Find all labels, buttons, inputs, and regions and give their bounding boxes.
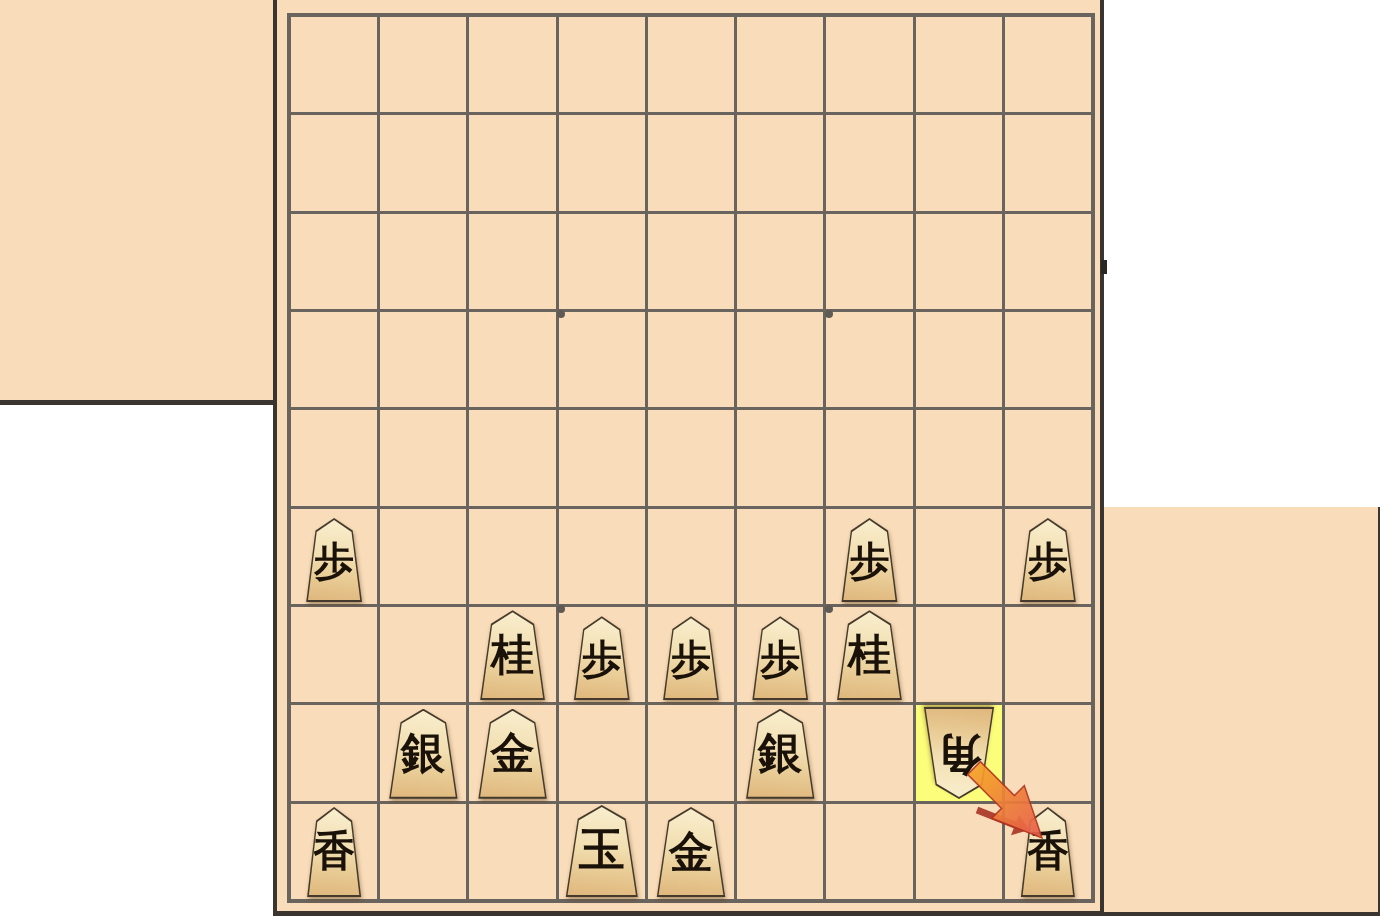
square-9e[interactable] [291,410,377,505]
piece-face: 香 [1020,809,1076,895]
piece-kanji: 桂 [835,633,903,676]
square-2i[interactable] [916,804,1002,899]
piece-face: 香 [306,809,362,895]
piece-kanji: 金 [655,830,727,874]
square-6d[interactable] [559,312,645,407]
square-6c[interactable] [559,214,645,309]
piece-shape: 銀 [742,709,818,799]
piece-shape: 歩 [303,518,365,602]
square-4b[interactable] [737,115,823,210]
sente-silver[interactable]: 銀 [385,709,461,799]
piece-face: 歩 [305,520,363,600]
sente-gold[interactable]: 金 [475,709,551,799]
piece-shape: 歩 [571,616,633,700]
square-5d[interactable] [648,312,734,407]
square-5i[interactable]: 金 [648,804,734,899]
square-2b[interactable] [916,115,1002,210]
square-2e[interactable] [916,410,1002,505]
shogi-board: 歩歩歩桂歩歩歩桂銀金銀角香玉金香 [273,0,1104,916]
piece-kanji: 角 [922,732,996,776]
square-9c[interactable] [291,214,377,309]
square-8a[interactable] [380,17,466,112]
square-6g[interactable]: 歩 [559,607,645,702]
hoshi-dot [825,310,833,318]
square-9b[interactable] [291,115,377,210]
square-1g[interactable] [1005,607,1091,702]
piece-shape: 金 [653,807,729,897]
square-8i[interactable] [380,804,466,899]
square-4e[interactable] [737,410,823,505]
square-1a[interactable] [1005,17,1091,112]
square-8h[interactable]: 銀 [380,705,466,800]
piece-kanji: 香 [306,830,362,872]
piece-kanji: 銀 [387,731,459,775]
sente-pawn[interactable]: 歩 [571,616,633,700]
square-1f[interactable]: 歩 [1005,509,1091,604]
piece-shape: 歩 [838,518,900,602]
piece-shape: 歩 [1017,518,1079,602]
sente-hand-tray[interactable] [1104,507,1380,916]
sente-lance[interactable]: 香 [1018,807,1078,897]
square-4h[interactable]: 銀 [737,705,823,800]
square-6h[interactable] [559,705,645,800]
square-6b[interactable] [559,115,645,210]
piece-kanji: 歩 [662,639,720,679]
square-3i[interactable] [826,804,912,899]
sente-silver[interactable]: 銀 [742,709,818,799]
piece-shape: 銀 [385,709,461,799]
square-4f[interactable] [737,509,823,604]
square-3f[interactable]: 歩 [826,509,912,604]
board-grid: 歩歩歩桂歩歩歩桂銀金銀角香玉金香 [287,13,1095,903]
sente-gold[interactable]: 金 [653,807,729,897]
square-5a[interactable] [648,17,734,112]
piece-kanji: 金 [477,731,549,775]
piece-shape: 歩 [749,616,811,700]
square-7i[interactable] [469,804,555,899]
square-3e[interactable] [826,410,912,505]
square-4c[interactable] [737,214,823,309]
hoshi-dot [557,605,565,613]
square-8g[interactable] [380,607,466,702]
square-2h[interactable]: 角 [916,705,1002,800]
piece-kanji: 歩 [751,639,809,679]
square-7a[interactable] [469,17,555,112]
square-7e[interactable] [469,410,555,505]
piece-face: 歩 [662,618,720,698]
border-tick [1101,260,1107,274]
square-8e[interactable] [380,410,466,505]
square-1d[interactable] [1005,312,1091,407]
square-6i[interactable]: 玉 [559,804,645,899]
piece-face: 金 [655,809,727,895]
square-3g[interactable]: 桂 [826,607,912,702]
piece-face: 歩 [840,520,898,600]
sente-pawn[interactable]: 歩 [749,616,811,700]
square-4d[interactable] [737,312,823,407]
hoshi-dot [557,310,565,318]
square-6e[interactable] [559,410,645,505]
square-2a[interactable] [916,17,1002,112]
square-3d[interactable] [826,312,912,407]
piece-face: 歩 [1019,520,1077,600]
piece-shape: 香 [1018,807,1078,897]
square-6f[interactable] [559,509,645,604]
sente-pawn[interactable]: 歩 [1017,518,1079,602]
square-5g[interactable]: 歩 [648,607,734,702]
square-9a[interactable] [291,17,377,112]
square-8c[interactable] [380,214,466,309]
piece-shape: 角 [920,707,998,799]
piece-face: 歩 [751,618,809,698]
piece-kanji: 香 [1020,830,1076,872]
hoshi-dot [825,605,833,613]
piece-shape: 金 [475,709,551,799]
square-7g[interactable]: 桂 [469,607,555,702]
square-5e[interactable] [648,410,734,505]
sente-lance[interactable]: 香 [304,807,364,897]
sente-pawn[interactable]: 歩 [838,518,900,602]
piece-face: 金 [477,711,549,797]
sente-pawn[interactable]: 歩 [303,518,365,602]
gote-hand-tray[interactable] [0,0,277,405]
sente-knight[interactable]: 桂 [477,610,549,700]
piece-shape: 香 [304,807,364,897]
piece-shape: 桂 [477,610,549,700]
square-7c[interactable] [469,214,555,309]
piece-face: 角 [922,709,996,797]
square-8d[interactable] [380,312,466,407]
piece-kanji: 桂 [479,633,547,676]
square-8f[interactable] [380,509,466,604]
square-3a[interactable] [826,17,912,112]
square-9d[interactable] [291,312,377,407]
square-2g[interactable] [916,607,1002,702]
square-3h[interactable] [826,705,912,800]
piece-kanji: 歩 [1019,541,1077,581]
square-5f[interactable] [648,509,734,604]
piece-kanji: 歩 [573,639,631,679]
gote-bishop[interactable]: 角 [920,707,998,799]
square-3c[interactable] [826,214,912,309]
piece-kanji: 歩 [840,541,898,581]
piece-face: 銀 [744,711,816,797]
square-1i[interactable]: 香 [1005,804,1091,899]
piece-face: 桂 [835,612,903,698]
square-8b[interactable] [380,115,466,210]
square-7h[interactable]: 金 [469,705,555,800]
square-2f[interactable] [916,509,1002,604]
square-4i[interactable] [737,804,823,899]
piece-face: 桂 [479,612,547,698]
square-5h[interactable] [648,705,734,800]
sente-pawn[interactable]: 歩 [660,616,722,700]
square-9f[interactable]: 歩 [291,509,377,604]
piece-kanji: 歩 [305,541,363,581]
square-6a[interactable] [559,17,645,112]
square-7f[interactable] [469,509,555,604]
square-5c[interactable] [648,214,734,309]
piece-kanji: 玉 [564,826,640,872]
square-9g[interactable] [291,607,377,702]
square-4g[interactable]: 歩 [737,607,823,702]
piece-face: 歩 [573,618,631,698]
square-9h[interactable] [291,705,377,800]
piece-face: 玉 [564,807,640,895]
piece-face: 銀 [387,711,459,797]
piece-kanji: 銀 [744,731,816,775]
piece-shape: 桂 [833,610,905,700]
sente-knight[interactable]: 桂 [833,610,905,700]
shogi-app-window: 歩歩歩桂歩歩歩桂銀金銀角香玉金香 [0,0,1380,916]
square-9i[interactable]: 香 [291,804,377,899]
square-1c[interactable] [1005,214,1091,309]
square-1b[interactable] [1005,115,1091,210]
square-2d[interactable] [916,312,1002,407]
piece-shape: 玉 [562,805,642,897]
square-2c[interactable] [916,214,1002,309]
square-4a[interactable] [737,17,823,112]
square-3b[interactable] [826,115,912,210]
square-7b[interactable] [469,115,555,210]
piece-shape: 歩 [660,616,722,700]
square-1h[interactable] [1005,705,1091,800]
sente-king[interactable]: 玉 [562,805,642,897]
square-5b[interactable] [648,115,734,210]
square-7d[interactable] [469,312,555,407]
square-1e[interactable] [1005,410,1091,505]
